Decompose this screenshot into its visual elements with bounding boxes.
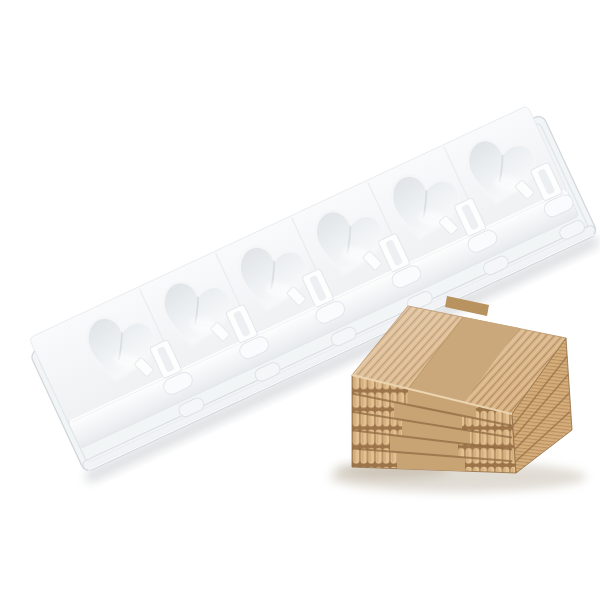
band-tab: [445, 296, 489, 316]
stick-stack: [0, 0, 600, 601]
product-photo: [0, 0, 600, 601]
